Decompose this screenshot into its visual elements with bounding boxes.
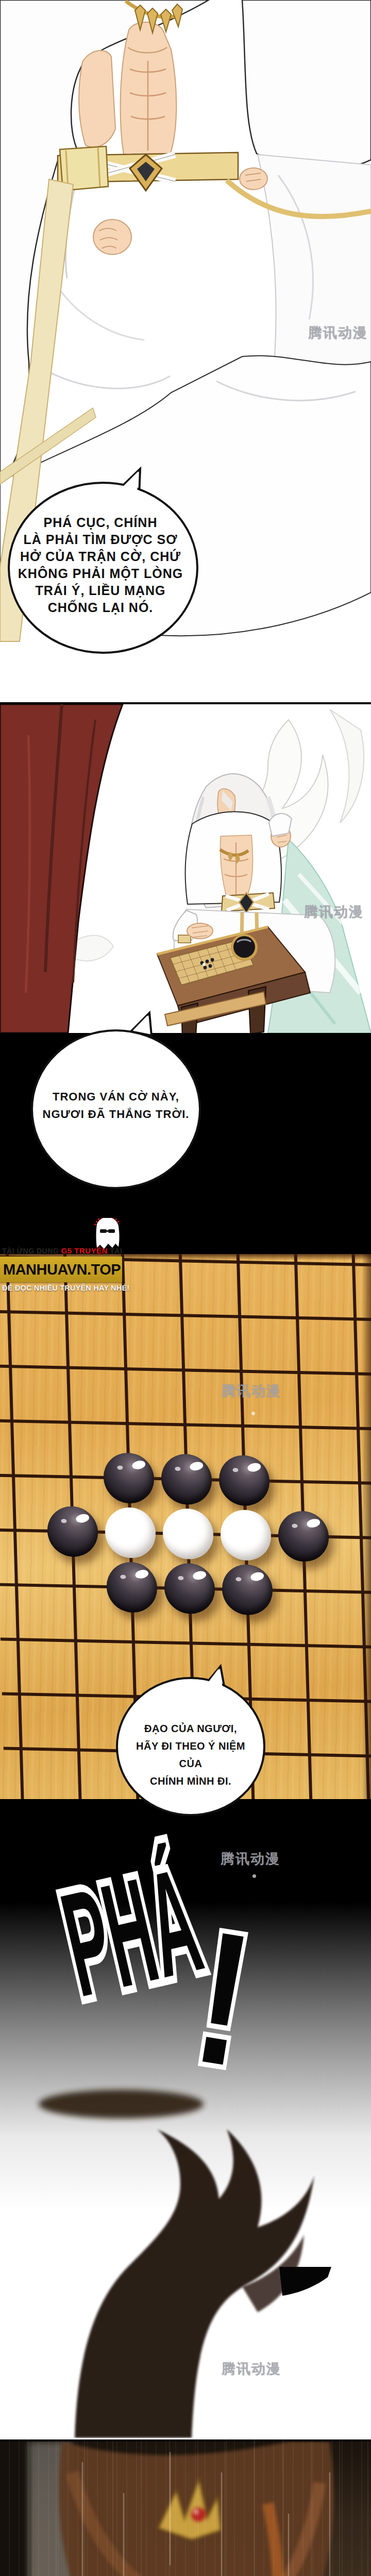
stone-highlight [249,1571,265,1582]
stone-highlight [192,1570,207,1581]
app-promo-line: TẢI ỨNG DỤNG G5 TRUYỆN TẠI [2,1246,131,1255]
go-stone-black [278,1511,330,1562]
grid-line-horizontal [1,1638,371,1649]
watermark-dot [251,1412,255,1415]
stone-highlight [189,1461,205,1471]
go-table-artwork [0,704,371,1033]
stone-highlight [131,1459,147,1470]
tencent-watermark: 腾讯动漫 [221,1850,280,1868]
bubble-1-text: PHÁ CỤC, CHÍNHLÀ PHẢI TÌM ĐƯỢC SƠ HỞ CỦA… [8,514,193,616]
watermark-dot [252,1874,256,1878]
go-stone-white [105,1507,157,1558]
go-stone-white [162,1508,214,1560]
stone-highlight [75,1513,90,1523]
go-stone-white [220,1510,272,1561]
stone-highlight [306,1517,321,1528]
black-wedge [278,2266,332,2298]
go-stone-black [47,1506,99,1557]
motion-streak-overlay [0,2439,371,2576]
go-stone-black [222,1564,274,1616]
tencent-watermark: 腾讯动漫 [304,903,364,921]
go-stone-black [103,1452,155,1504]
bubble-2-text: TRONG VÁN CỜ NÀY,NGƯƠI ĐÃ THẮNG TRỜI. [33,1088,198,1123]
comic-page: PHÁ CỤC, CHÍNHLÀ PHẢI TÌM ĐƯỢC SƠ HỞ CỦA… [0,0,371,2576]
grid-line-horizontal [0,1365,371,1376]
stone-glint [292,1524,298,1528]
go-stone-black [164,1563,216,1614]
stone-glint [175,1467,181,1471]
stone-glint [233,1468,239,1472]
stone-glint [121,1575,126,1579]
stone-highlight [247,1462,262,1472]
go-stone-black [106,1562,158,1613]
red-drape [0,704,123,1033]
fist [93,219,131,255]
hair-swoosh [26,2080,335,2438]
panel-man-at-go-table [0,702,371,1033]
manhuavn-tagline: ĐỂ ĐỌC NHIỀU TRUYỆN HAY NHÉ! [2,1284,131,1292]
tencent-watermark: 腾讯动漫 [222,1382,281,1400]
board-right-shadow [362,1254,371,1799]
grid-line-horizontal [0,1310,371,1321]
right-hand [240,168,267,190]
tencent-watermark: 腾讯动漫 [308,324,368,342]
stone-glint [178,1576,184,1580]
stone-glint [117,1466,123,1470]
tencent-watermark: 腾讯动漫 [222,2360,281,2378]
stone-glint [61,1519,67,1523]
sunglasses [100,1229,107,1233]
go-stone-black [218,1455,271,1506]
go-stone-black [161,1453,213,1505]
stone-glint [236,1578,242,1582]
manhuavn-site-bar: MANHUAVN.TOP [0,1257,122,1282]
bubble-3-text: ĐẠO CỦA NGƯƠI,HÃY ĐI THEO Ý NIỆM CỦA CHÍ… [124,1720,258,1790]
stone-highlight [134,1568,149,1579]
